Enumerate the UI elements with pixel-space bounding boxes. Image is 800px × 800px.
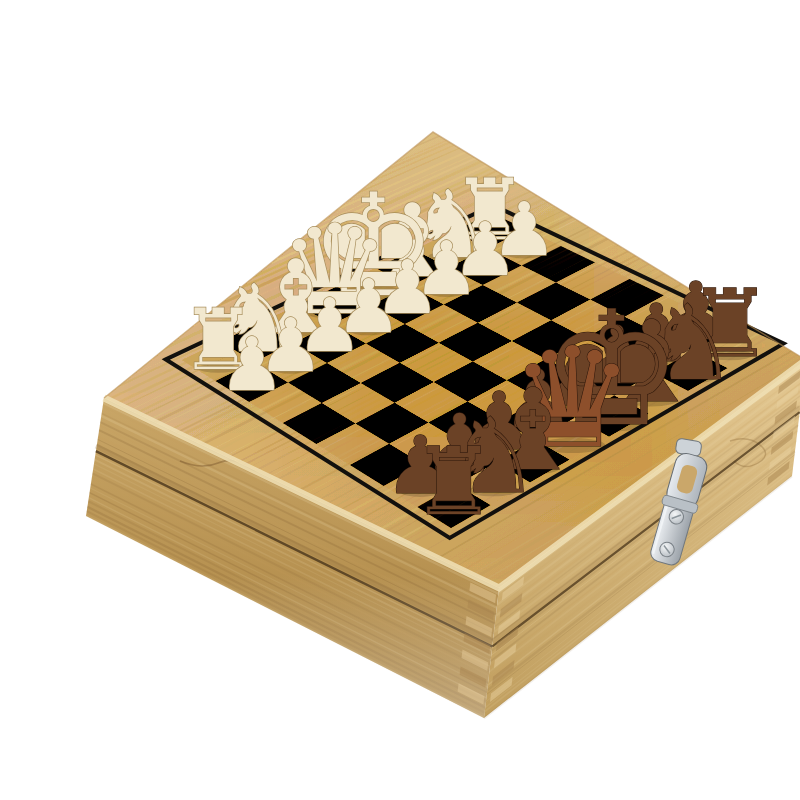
chess-box-product-photo: ♜♟♞♟♝♟♚♟♛♝♟♟♞♟♜♟♜♟♞♟♟♝♟♚♟♛♟♝♟♞♟♜ [40, 16, 800, 800]
scene-svg: ♜♟♞♟♝♟♚♟♛♝♟♟♞♟♜♟♜♟♞♟♟♝♟♚♟♛♟♝♟♞♟♜ [40, 16, 800, 800]
piece-white-pawn: ♟ [219, 321, 285, 407]
piece-black-rook: ♜ [412, 427, 496, 536]
